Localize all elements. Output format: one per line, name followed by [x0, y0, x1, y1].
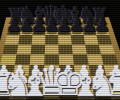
piece-black-pawn-h7[interactable]: ♟	[94, 17, 111, 36]
piece-white-rook-h1[interactable]: ♜	[105, 68, 120, 100]
chess-game-screen: ♜♞♝♛♚♝♞♜♟♟♟♟♟♟♟♟♟♟♟♟♟♟♟♟♜♞♝♛♚♝♞♜	[0, 0, 120, 100]
